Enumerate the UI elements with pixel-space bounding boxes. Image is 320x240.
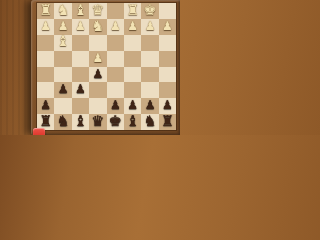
square-e3[interactable] (107, 35, 124, 51)
white-bishop-c1[interactable]: ♝ (74, 2, 87, 17)
square-g5[interactable] (141, 67, 158, 83)
white-king-g1[interactable]: ♚ (144, 2, 157, 17)
square-g6[interactable] (141, 82, 158, 98)
square-a1[interactable]: ♜ (37, 3, 54, 19)
square-h3[interactable] (159, 35, 176, 51)
white-rook-a1[interactable]: ♜ (39, 2, 52, 17)
white-pawn-d4[interactable]: ♟ (92, 51, 103, 63)
black-pawn-c6[interactable]: ♟ (75, 83, 86, 95)
black-rook-h8[interactable]: ♜ (161, 113, 174, 128)
black-knight-b8[interactable]: ♞ (57, 113, 70, 128)
square-f8[interactable]: ♝ (124, 114, 141, 130)
black-pawn-h7[interactable]: ♟ (162, 99, 173, 111)
black-bishop-f8[interactable]: ♝ (126, 113, 139, 128)
square-c2[interactable]: ♟ (72, 19, 89, 35)
square-h2[interactable]: ♟ (159, 19, 176, 35)
square-e4[interactable] (107, 51, 124, 67)
white-pawn-e2[interactable]: ♟ (110, 19, 121, 31)
chess-board: ♜♞♝♛♜♚♟♟♟♞♟♟♟♟♝♟♟♟♟♟♟♟♟♟♜♞♝♛♚♝♞♜ (37, 3, 176, 130)
square-h6[interactable] (159, 82, 176, 98)
white-pawn-h2[interactable]: ♟ (162, 19, 173, 31)
white-rook-f1[interactable]: ♜ (126, 2, 139, 17)
black-knight-g8[interactable]: ♞ (144, 113, 157, 128)
square-h1[interactable] (159, 3, 176, 19)
black-pawn-a7[interactable]: ♟ (40, 99, 51, 111)
square-e1[interactable] (107, 3, 124, 19)
chess-app: { "game": "chess", "app_title": "Chess",… (0, 0, 180, 135)
black-pawn-g7[interactable]: ♟ (145, 99, 156, 111)
red-button[interactable] (33, 128, 45, 135)
square-f1[interactable]: ♜ (124, 3, 141, 19)
white-pawn-a2[interactable]: ♟ (40, 19, 51, 31)
square-g4[interactable] (141, 51, 158, 67)
square-h8[interactable]: ♜ (159, 114, 176, 130)
square-a2[interactable]: ♟ (37, 19, 54, 35)
black-queen-d8[interactable]: ♛ (91, 113, 104, 128)
square-c5[interactable] (72, 67, 89, 83)
black-rook-a8[interactable]: ♜ (39, 113, 52, 128)
square-d4[interactable]: ♟ (89, 51, 106, 67)
square-c4[interactable] (72, 51, 89, 67)
square-c8[interactable]: ♝ (72, 114, 89, 130)
square-g3[interactable] (141, 35, 158, 51)
black-pawn-b6[interactable]: ♟ (58, 83, 69, 95)
square-f6[interactable] (124, 82, 141, 98)
square-d8[interactable]: ♛ (89, 114, 106, 130)
square-h5[interactable] (159, 67, 176, 83)
black-pawn-f7[interactable]: ♟ (127, 99, 138, 111)
black-pawn-e7[interactable]: ♟ (110, 99, 121, 111)
white-bishop-b3[interactable]: ♝ (57, 34, 70, 49)
square-b4[interactable] (54, 51, 71, 67)
white-pawn-c2[interactable]: ♟ (75, 19, 86, 31)
square-a6[interactable] (37, 82, 54, 98)
square-e2[interactable]: ♟ (107, 19, 124, 35)
black-king-e8[interactable]: ♚ (109, 113, 122, 128)
white-knight-d2[interactable]: ♞ (91, 18, 104, 33)
white-queen-d1[interactable]: ♛ (91, 2, 104, 17)
square-g2[interactable]: ♟ (141, 19, 158, 35)
square-a3[interactable] (37, 35, 54, 51)
square-f4[interactable] (124, 51, 141, 67)
white-pawn-b2[interactable]: ♟ (58, 19, 69, 31)
square-b1[interactable]: ♞ (54, 3, 71, 19)
square-b3[interactable]: ♝ (54, 35, 71, 51)
chess-board-frame: ♜♞♝♛♜♚♟♟♟♞♟♟♟♟♝♟♟♟♟♟♟♟♟♟♜♞♝♛♚♝♞♜ (31, 0, 180, 135)
square-c6[interactable]: ♟ (72, 82, 89, 98)
square-a5[interactable] (37, 67, 54, 83)
square-e5[interactable] (107, 67, 124, 83)
square-h4[interactable] (159, 51, 176, 67)
square-f3[interactable] (124, 35, 141, 51)
square-d2[interactable]: ♞ (89, 19, 106, 35)
square-d6[interactable] (89, 82, 106, 98)
black-pawn-d5[interactable]: ♟ (92, 67, 103, 79)
square-b6[interactable]: ♟ (54, 82, 71, 98)
square-f2[interactable]: ♟ (124, 19, 141, 35)
white-pawn-f2[interactable]: ♟ (127, 19, 138, 31)
square-b5[interactable] (54, 67, 71, 83)
square-c3[interactable] (72, 35, 89, 51)
white-knight-b1[interactable]: ♞ (57, 2, 70, 17)
square-e8[interactable]: ♚ (107, 114, 124, 130)
square-c1[interactable]: ♝ (72, 3, 89, 19)
square-g1[interactable]: ♚ (141, 3, 158, 19)
square-f5[interactable] (124, 67, 141, 83)
square-d5[interactable]: ♟ (89, 67, 106, 83)
square-d3[interactable] (89, 35, 106, 51)
white-pawn-g2[interactable]: ♟ (145, 19, 156, 31)
square-a4[interactable] (37, 51, 54, 67)
square-b8[interactable]: ♞ (54, 114, 71, 130)
square-g8[interactable]: ♞ (141, 114, 158, 130)
black-bishop-c8[interactable]: ♝ (74, 113, 87, 128)
square-e6[interactable] (107, 82, 124, 98)
